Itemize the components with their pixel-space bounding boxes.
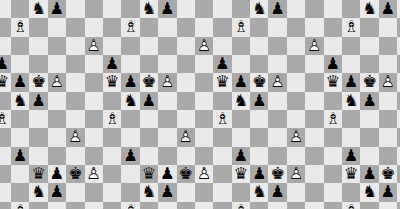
black-king: ♚	[250, 73, 268, 91]
board-square: ♟	[324, 55, 342, 73]
board-square	[305, 73, 323, 91]
board-square: ♟♙	[66, 128, 84, 146]
board-square	[0, 37, 11, 55]
board-square	[0, 18, 11, 36]
board-square	[85, 110, 103, 128]
white-pawn: ♟♙	[85, 165, 103, 183]
white-pawn: ♟♙	[85, 37, 103, 55]
board-square	[305, 128, 323, 146]
board-square	[232, 37, 250, 55]
board-square	[29, 202, 47, 209]
board-square: ♟	[360, 92, 378, 110]
black-queen: ♛	[342, 165, 360, 183]
board-square	[29, 110, 47, 128]
board-square	[121, 37, 139, 55]
board-square	[250, 128, 268, 146]
board-square: ♞	[360, 0, 378, 18]
board-square: ♚	[379, 165, 397, 183]
board-square	[140, 128, 158, 146]
board-square	[29, 55, 47, 73]
board-square: ♟	[342, 73, 360, 91]
board-square	[360, 128, 378, 146]
board-square	[158, 110, 176, 128]
board-square: ♞	[360, 183, 378, 201]
board-square	[48, 128, 66, 146]
board-square	[305, 55, 323, 73]
board-square: ♟♙	[195, 37, 213, 55]
board-square	[195, 18, 213, 36]
white-pawn: ♟♙	[158, 73, 176, 91]
board-square	[85, 18, 103, 36]
board-square: ♞	[121, 92, 139, 110]
black-knight: ♞	[29, 183, 47, 201]
board-square: ♟	[232, 73, 250, 91]
board-square	[66, 73, 84, 91]
board-square	[324, 0, 342, 18]
board-square: ♞	[232, 92, 250, 110]
board-square: ♚	[66, 165, 84, 183]
board-square: ♝♗	[11, 18, 29, 36]
board-square: ♟	[140, 92, 158, 110]
board-square	[379, 128, 397, 146]
board-square	[0, 92, 11, 110]
board-square: ♛	[213, 73, 231, 91]
black-knight: ♞	[121, 92, 139, 110]
board-square	[232, 55, 250, 73]
board-square	[324, 147, 342, 165]
black-pawn: ♟	[379, 0, 397, 18]
board-square	[158, 37, 176, 55]
board-square	[48, 55, 66, 73]
board-square: ♟	[342, 147, 360, 165]
board-square	[287, 73, 305, 91]
board-square: ♞	[342, 92, 360, 110]
board-square: ♛	[103, 73, 121, 91]
board-square	[195, 73, 213, 91]
board-square	[103, 202, 121, 209]
white-pawn: ♟♙	[66, 128, 84, 146]
black-queen: ♛	[103, 73, 121, 91]
board-square	[287, 92, 305, 110]
board-square	[85, 55, 103, 73]
black-knight: ♞	[342, 92, 360, 110]
board-square	[287, 147, 305, 165]
black-pawn: ♟	[213, 55, 231, 73]
black-pawn: ♟	[360, 165, 378, 183]
board-square: ♟♙	[85, 37, 103, 55]
board-square: ♟	[121, 73, 139, 91]
board-square	[250, 55, 268, 73]
board-square	[232, 0, 250, 18]
board-square	[158, 202, 176, 209]
white-bishop: ♝♗	[11, 202, 29, 209]
board-square: ♝♗	[11, 202, 29, 209]
board-square	[103, 147, 121, 165]
board-square	[360, 147, 378, 165]
board-square	[140, 147, 158, 165]
black-knight: ♞	[140, 183, 158, 201]
board-square	[140, 55, 158, 73]
board-square	[268, 55, 286, 73]
board-square	[324, 18, 342, 36]
board-square	[379, 55, 397, 73]
board-square: ♞	[29, 183, 47, 201]
board-square: ♛	[29, 165, 47, 183]
board-square: ♝♗	[213, 110, 231, 128]
board-square	[140, 202, 158, 209]
board-square	[213, 37, 231, 55]
chess-wallpaper: ♞♟♞♟♞♟♞♟♝♗♝♗♝♗♝♗♟♙♟♙♟♙♟♟♟♟♛♟♚♟♙♛♟♚♟♙♛♟♚♟…	[0, 0, 400, 209]
board-square	[213, 0, 231, 18]
black-pawn: ♟	[158, 183, 176, 201]
board-square	[0, 128, 11, 146]
board-square	[177, 55, 195, 73]
white-pawn: ♟♙	[177, 128, 195, 146]
board-square	[287, 0, 305, 18]
board-square: ♞	[250, 183, 268, 201]
board-square	[213, 202, 231, 209]
white-bishop: ♝♗	[0, 110, 11, 128]
board-square	[85, 128, 103, 146]
white-pawn: ♟♙	[195, 37, 213, 55]
black-pawn: ♟	[360, 92, 378, 110]
board-square: ♞	[29, 0, 47, 18]
board-square: ♟♙	[195, 165, 213, 183]
board-square: ♟♙	[305, 37, 323, 55]
board-square	[177, 183, 195, 201]
board-square: ♝♗	[342, 18, 360, 36]
white-bishop: ♝♗	[121, 18, 139, 36]
board-square	[103, 183, 121, 201]
black-knight: ♞	[360, 183, 378, 201]
board-square	[177, 73, 195, 91]
board-square	[287, 37, 305, 55]
board-square: ♞	[250, 0, 268, 18]
board-square: ♟	[158, 183, 176, 201]
black-pawn: ♟	[342, 147, 360, 165]
board-square: ♝♗	[103, 110, 121, 128]
board-square	[121, 110, 139, 128]
board-square: ♟	[158, 165, 176, 183]
board-square: ♚	[140, 73, 158, 91]
board-square	[287, 110, 305, 128]
black-pawn: ♟	[11, 147, 29, 165]
board-square	[360, 202, 378, 209]
black-queen: ♛	[29, 165, 47, 183]
board-square	[177, 202, 195, 209]
board-square	[324, 183, 342, 201]
black-pawn: ♟	[140, 92, 158, 110]
board-square	[379, 92, 397, 110]
board-square: ♟♙	[287, 165, 305, 183]
board-square	[379, 147, 397, 165]
board-square	[360, 18, 378, 36]
black-knight: ♞	[140, 0, 158, 18]
black-pawn: ♟	[158, 0, 176, 18]
board-square	[158, 128, 176, 146]
board-square	[48, 202, 66, 209]
black-pawn: ♟	[250, 92, 268, 110]
board-square	[11, 55, 29, 73]
board-square	[324, 202, 342, 209]
board-square: ♟	[48, 183, 66, 201]
board-square: ♚	[250, 73, 268, 91]
board-square	[0, 165, 11, 183]
black-pawn: ♟	[48, 165, 66, 183]
black-pawn: ♟	[232, 147, 250, 165]
white-pawn: ♟♙	[195, 165, 213, 183]
board-square	[195, 183, 213, 201]
board-square: ♞	[140, 183, 158, 201]
board-square: ♟	[0, 55, 11, 73]
board-square	[195, 0, 213, 18]
board-square	[287, 55, 305, 73]
board-square	[85, 0, 103, 18]
board-square	[213, 18, 231, 36]
black-king: ♚	[360, 73, 378, 91]
board-square: ♟	[11, 73, 29, 91]
board-square	[305, 147, 323, 165]
white-pawn: ♟♙	[287, 165, 305, 183]
black-pawn: ♟	[29, 92, 47, 110]
white-bishop: ♝♗	[121, 202, 139, 209]
board-square	[29, 147, 47, 165]
board-square	[305, 92, 323, 110]
board-square	[360, 37, 378, 55]
board-square	[66, 183, 84, 201]
board-square	[103, 18, 121, 36]
board-square	[360, 110, 378, 128]
board-square	[305, 183, 323, 201]
board-square	[85, 92, 103, 110]
board-square	[268, 147, 286, 165]
black-king: ♚	[140, 73, 158, 91]
board-square: ♟	[103, 55, 121, 73]
board-square: ♟	[11, 147, 29, 165]
board-square	[379, 37, 397, 55]
board-square	[213, 92, 231, 110]
board-square	[305, 110, 323, 128]
board-square	[177, 92, 195, 110]
board-square	[379, 18, 397, 36]
board-square: ♟	[48, 0, 66, 18]
black-king: ♚	[379, 165, 397, 183]
board-square	[121, 0, 139, 18]
black-king: ♚	[66, 165, 84, 183]
board-square: ♟♙	[379, 73, 397, 91]
board-square	[48, 37, 66, 55]
board-square	[121, 128, 139, 146]
board-square	[324, 165, 342, 183]
board-square: ♟	[360, 165, 378, 183]
board-square	[195, 128, 213, 146]
board-square	[140, 110, 158, 128]
board-square	[48, 92, 66, 110]
board-square: ♟	[250, 92, 268, 110]
board-square	[85, 202, 103, 209]
board-square	[177, 0, 195, 18]
black-king: ♚	[29, 73, 47, 91]
board-square	[103, 165, 121, 183]
board-square: ♛	[324, 73, 342, 91]
board-square	[0, 183, 11, 201]
board-square	[232, 128, 250, 146]
board-square	[287, 202, 305, 209]
board-square	[177, 110, 195, 128]
board-square: ♟	[213, 55, 231, 73]
black-pawn: ♟	[121, 147, 139, 165]
board-square	[121, 165, 139, 183]
board-square: ♟♙	[85, 165, 103, 183]
board-square	[232, 183, 250, 201]
white-pawn: ♟♙	[48, 73, 66, 91]
board-square: ♞	[11, 92, 29, 110]
board-square	[177, 37, 195, 55]
white-bishop: ♝♗	[11, 18, 29, 36]
board-square	[158, 55, 176, 73]
board-square: ♟	[232, 147, 250, 165]
board-square	[305, 18, 323, 36]
board-square	[11, 0, 29, 18]
board-square	[195, 147, 213, 165]
board-square	[85, 147, 103, 165]
board-square	[177, 18, 195, 36]
board-square: ♟♙	[158, 73, 176, 91]
board-square	[324, 128, 342, 146]
board-square	[11, 183, 29, 201]
board-square: ♟	[268, 183, 286, 201]
board-square	[0, 202, 11, 209]
board-square: ♛	[0, 73, 11, 91]
white-pawn: ♟♙	[379, 73, 397, 91]
board-square	[268, 92, 286, 110]
black-knight: ♞	[360, 0, 378, 18]
board-square	[0, 147, 11, 165]
board-square: ♚	[29, 73, 47, 91]
board-square: ♝♗	[121, 18, 139, 36]
white-pawn: ♟♙	[287, 128, 305, 146]
board-square	[250, 18, 268, 36]
board-square	[342, 110, 360, 128]
board-square	[213, 147, 231, 165]
white-bishop: ♝♗	[342, 202, 360, 209]
board-square	[342, 55, 360, 73]
board-square	[48, 18, 66, 36]
board-square: ♝♗	[232, 18, 250, 36]
board-square	[250, 37, 268, 55]
board-square	[11, 37, 29, 55]
board-square	[324, 37, 342, 55]
board-square	[305, 0, 323, 18]
black-pawn: ♟	[158, 165, 176, 183]
board-square: ♟	[379, 183, 397, 201]
white-pawn: ♟♙	[268, 73, 286, 91]
white-bishop: ♝♗	[213, 110, 231, 128]
board-square	[85, 73, 103, 91]
board-square	[121, 55, 139, 73]
board-square: ♟	[268, 0, 286, 18]
board-square	[305, 165, 323, 183]
board-square	[0, 0, 11, 18]
board-square	[11, 110, 29, 128]
board-square	[66, 55, 84, 73]
board-square	[213, 183, 231, 201]
black-queen: ♛	[232, 165, 250, 183]
black-king: ♚	[177, 165, 195, 183]
board-square: ♝♗	[121, 202, 139, 209]
board-square	[195, 110, 213, 128]
black-queen: ♛	[213, 73, 231, 91]
black-knight: ♞	[232, 92, 250, 110]
black-knight: ♞	[250, 183, 268, 201]
board-square: ♟	[158, 0, 176, 18]
board-square	[66, 147, 84, 165]
board-square	[29, 37, 47, 55]
board-square: ♟	[29, 92, 47, 110]
black-knight: ♞	[250, 0, 268, 18]
board-square	[287, 18, 305, 36]
board-square: ♝♗	[232, 202, 250, 209]
black-knight: ♞	[11, 92, 29, 110]
black-pawn: ♟	[103, 55, 121, 73]
board-square: ♛	[342, 165, 360, 183]
board-square	[213, 165, 231, 183]
board-square	[195, 55, 213, 73]
board-square: ♛	[140, 165, 158, 183]
board-square	[66, 0, 84, 18]
board-square	[29, 18, 47, 36]
board-square	[85, 183, 103, 201]
board-square: ♟♙	[177, 128, 195, 146]
board-square: ♝♗	[324, 110, 342, 128]
board-square	[324, 92, 342, 110]
board-square	[268, 37, 286, 55]
board-square	[379, 202, 397, 209]
black-king: ♚	[268, 165, 286, 183]
black-queen: ♛	[140, 165, 158, 183]
white-bishop: ♝♗	[342, 18, 360, 36]
board-square	[121, 183, 139, 201]
board-square	[287, 183, 305, 201]
black-pawn: ♟	[324, 55, 342, 73]
board-square	[305, 202, 323, 209]
board-square	[29, 128, 47, 146]
board-square	[103, 37, 121, 55]
board-square	[48, 147, 66, 165]
board-square	[250, 110, 268, 128]
white-bishop: ♝♗	[232, 18, 250, 36]
white-pawn: ♟♙	[305, 37, 323, 55]
board-square	[66, 37, 84, 55]
board-square: ♝♗	[0, 110, 11, 128]
board-square: ♞	[140, 0, 158, 18]
black-queen: ♛	[324, 73, 342, 91]
board-square	[360, 55, 378, 73]
board-square	[213, 128, 231, 146]
board-square	[250, 202, 268, 209]
board-square	[342, 37, 360, 55]
board-square	[342, 128, 360, 146]
board-square: ♛	[232, 165, 250, 183]
black-pawn: ♟	[11, 73, 29, 91]
black-pawn: ♟	[342, 73, 360, 91]
board-square: ♟♙	[48, 73, 66, 91]
white-bishop: ♝♗	[103, 110, 121, 128]
board-square	[66, 92, 84, 110]
board-square	[268, 18, 286, 36]
board-square	[379, 110, 397, 128]
board-square	[342, 0, 360, 18]
